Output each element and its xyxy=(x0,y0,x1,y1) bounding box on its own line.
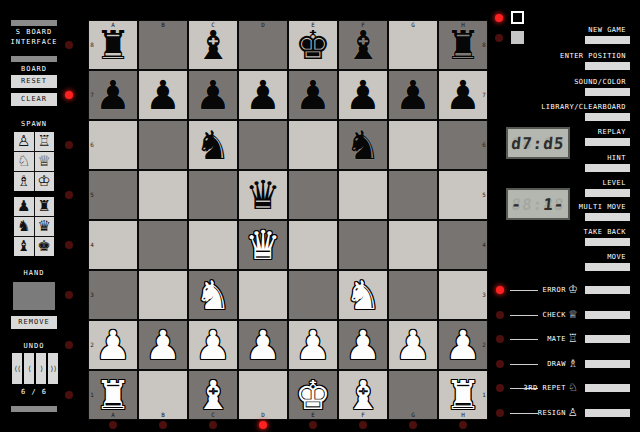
reset-button[interactable]: RESET xyxy=(11,75,57,88)
move-label: MOVE xyxy=(607,253,626,261)
check-led xyxy=(496,311,504,319)
draw-label: DRAW xyxy=(547,360,566,368)
square-d6[interactable] xyxy=(239,121,287,169)
hint-button[interactable] xyxy=(585,164,630,172)
spawn-black-bishop-button[interactable]: ♝ xyxy=(14,237,34,256)
black-pawn: ♟ xyxy=(389,71,437,119)
file-label-top: C xyxy=(193,22,234,29)
file-label-top: D xyxy=(243,22,284,29)
square-h5[interactable]: 5 xyxy=(439,171,487,219)
square-a6[interactable]: 6 xyxy=(89,121,137,169)
square-c6[interactable]: ♞ xyxy=(189,121,237,169)
black-pawn: ♟ xyxy=(239,71,287,119)
file-label-bottom: D xyxy=(243,412,284,419)
file-label-top: H xyxy=(443,22,484,29)
square-c7[interactable]: ♟ xyxy=(189,71,237,119)
spawn-white-queen-button[interactable]: ♕ xyxy=(35,152,55,171)
move-display: 88:88 d7:d5 xyxy=(506,127,570,159)
white-pawn: ♟ xyxy=(89,321,137,369)
file-label-bottom: G xyxy=(393,412,434,419)
resign-row: RESIGN♙ xyxy=(494,407,640,419)
spawn-black-pieces: ♟♜♞♛♝♚ xyxy=(14,197,54,256)
square-c2[interactable]: ♟ xyxy=(189,321,237,369)
black-pawn: ♟ xyxy=(139,71,187,119)
spawn-white-knight-button[interactable]: ♘ xyxy=(14,152,34,171)
white-pawn: ♟ xyxy=(139,321,187,369)
rank-label-left: 2 xyxy=(90,342,94,349)
mate-row: MATE♖ xyxy=(494,333,640,345)
hand-section-label: HAND xyxy=(3,269,65,277)
error-row: ERROR♔ xyxy=(494,284,640,296)
rank-label-left: 7 xyxy=(90,92,94,99)
square-b1[interactable]: B xyxy=(139,371,187,419)
file-label-top: A xyxy=(93,22,134,29)
file-label-bottom: F xyxy=(343,412,384,419)
file-led-h xyxy=(459,421,467,429)
3rd-repet-row: 3RD REPET♘ xyxy=(494,382,640,394)
square-d5[interactable]: ♛ xyxy=(239,171,287,219)
square-g2[interactable]: ♟ xyxy=(389,321,437,369)
white-side-icon xyxy=(511,11,524,24)
rank-label-right: 5 xyxy=(482,192,486,199)
board-section-label: BOARD xyxy=(3,65,65,73)
remove-button[interactable]: REMOVE xyxy=(11,316,57,329)
clear-button[interactable]: CLEAR xyxy=(11,93,57,106)
draw-led xyxy=(496,360,504,368)
file-led-b xyxy=(159,421,167,429)
file-led-a xyxy=(109,421,117,429)
hand-slot[interactable] xyxy=(13,282,55,310)
square-e7[interactable]: ♟ xyxy=(289,71,337,119)
rank-led-4 xyxy=(65,241,73,249)
knight-icon: ♘ xyxy=(566,381,580,394)
black-to-move-led xyxy=(495,34,503,42)
black-queen: ♛ xyxy=(239,171,287,219)
rank-label-left: 6 xyxy=(90,142,94,149)
black-pawn: ♟ xyxy=(439,71,487,119)
new-game-button[interactable] xyxy=(585,36,630,44)
3rd-repet-led xyxy=(496,384,504,392)
white-knight: ♞ xyxy=(339,271,387,319)
file-label-bottom: E xyxy=(293,412,334,419)
file-label-bottom: C xyxy=(193,412,234,419)
black-knight: ♞ xyxy=(339,121,387,169)
square-a7[interactable]: ♟7 xyxy=(89,71,137,119)
white-pawn: ♟ xyxy=(239,321,287,369)
rank-label-right: 2 xyxy=(482,342,486,349)
white-pawn: ♟ xyxy=(439,321,487,369)
square-a3[interactable]: 3 xyxy=(89,271,137,319)
draw-row: DRAW♗ xyxy=(494,358,640,370)
resign-button[interactable] xyxy=(585,409,630,417)
square-b3[interactable] xyxy=(139,271,187,319)
undo-back-button[interactable]: ⟨ xyxy=(24,353,34,384)
black-pawn: ♟ xyxy=(89,71,137,119)
draw-button[interactable] xyxy=(585,360,630,368)
white-pawn: ♟ xyxy=(189,321,237,369)
mate-line xyxy=(510,339,538,340)
square-c5[interactable] xyxy=(189,171,237,219)
spawn-black-knight-button[interactable]: ♞ xyxy=(14,217,34,236)
black-knight: ♞ xyxy=(189,121,237,169)
square-b2[interactable]: ♟ xyxy=(139,321,187,369)
rank-label-left: 3 xyxy=(90,292,94,299)
bishop-icon: ♗ xyxy=(566,357,580,370)
square-a5[interactable]: 5 xyxy=(89,171,137,219)
file-label-top: B xyxy=(143,22,184,29)
square-e1[interactable]: ♚E xyxy=(289,371,337,419)
black-pawn: ♟ xyxy=(189,71,237,119)
black-pawn: ♟ xyxy=(339,71,387,119)
spawn-black-queen-button[interactable]: ♛ xyxy=(35,217,55,236)
black-side-icon xyxy=(511,31,524,44)
library-clearboard-button[interactable] xyxy=(585,113,630,121)
level-button[interactable] xyxy=(585,189,630,197)
undo-forward-button[interactable]: ⟩ xyxy=(36,353,46,384)
spawn-white-pieces: ♙♖♘♕♗♔ xyxy=(14,132,54,191)
square-e4[interactable] xyxy=(289,221,337,269)
spawn-section-label: SPAWN xyxy=(3,120,65,128)
sidebar-bottom-divider xyxy=(11,406,57,412)
chess-board: ♜A8B♝CD♚E♝FG♜H8♟7♟♟♟♟♟♟♟76♞♞65♛54♛43♞♞3♟… xyxy=(88,20,488,420)
3rd-repet-label: 3RD REPET xyxy=(524,384,566,392)
file-led-e xyxy=(309,421,317,429)
square-g1[interactable]: G xyxy=(389,371,437,419)
square-d8[interactable]: D xyxy=(239,21,287,69)
app-title-line1: S BOARD xyxy=(3,28,65,36)
file-led-c xyxy=(209,421,217,429)
square-g3[interactable] xyxy=(389,271,437,319)
square-a4[interactable]: 4 xyxy=(89,221,137,269)
sound-color-button[interactable] xyxy=(585,88,630,96)
square-b4[interactable] xyxy=(139,221,187,269)
square-c8[interactable]: ♝C xyxy=(189,21,237,69)
square-d4[interactable]: ♛ xyxy=(239,221,287,269)
chess-computer-interface: S BOARD INTERFACE BOARD RESET CLEAR SPAW… xyxy=(0,0,640,432)
spawn-white-rook-button[interactable]: ♖ xyxy=(35,132,55,151)
file-led-d xyxy=(259,421,267,429)
rank-label-right: 8 xyxy=(482,42,486,49)
error-button[interactable] xyxy=(585,286,630,294)
rank-led-1 xyxy=(65,391,73,399)
square-f3[interactable]: ♞ xyxy=(339,271,387,319)
error-led xyxy=(496,286,504,294)
square-c3[interactable]: ♞ xyxy=(189,271,237,319)
check-line xyxy=(510,315,538,316)
square-e3[interactable] xyxy=(289,271,337,319)
queen-icon: ♕ xyxy=(566,308,580,321)
spawn-black-pawn-button[interactable]: ♟ xyxy=(14,197,34,216)
mate-label: MATE xyxy=(547,335,566,343)
rank-led-3 xyxy=(65,291,73,299)
replay-button[interactable] xyxy=(585,138,630,146)
square-d2[interactable]: ♟ xyxy=(239,321,287,369)
rank-led-5 xyxy=(65,191,73,199)
rank-label-right: 4 xyxy=(482,242,486,249)
undo-controls: ⟨⟨⟨⟩⟩⟩ xyxy=(12,353,58,384)
mate-button[interactable] xyxy=(585,335,630,343)
square-b7[interactable]: ♟ xyxy=(139,71,187,119)
square-g4[interactable] xyxy=(389,221,437,269)
enter-position-label: ENTER POSITION xyxy=(560,52,626,60)
enter-position-button[interactable] xyxy=(585,62,630,70)
rank-label-right: 7 xyxy=(482,92,486,99)
square-h2[interactable]: ♟2 xyxy=(439,321,487,369)
spawn-black-king-button[interactable]: ♚ xyxy=(35,237,55,256)
rank-label-right: 1 xyxy=(482,392,486,399)
app-title-line2: INTERFACE xyxy=(3,38,65,46)
square-d1[interactable]: D xyxy=(239,371,287,419)
rank-label-right: 6 xyxy=(482,142,486,149)
rank-label-left: 8 xyxy=(90,42,94,49)
square-f2[interactable]: ♟ xyxy=(339,321,387,369)
library-clearboard-label: LIBRARY/CLEARBOARD xyxy=(541,103,626,111)
file-label-top: E xyxy=(293,22,334,29)
level-display: 88:88 - 1- xyxy=(506,188,570,220)
square-g6[interactable] xyxy=(389,121,437,169)
error-label: ERROR xyxy=(542,286,566,294)
file-label-bottom: H xyxy=(443,412,484,419)
resign-line xyxy=(510,413,538,414)
undo-rewind-button[interactable]: ⟨⟨ xyxy=(12,353,22,384)
undo-section-label: UNDO xyxy=(3,342,65,350)
king-icon: ♔ xyxy=(566,283,580,296)
square-h1[interactable]: ♜H1 xyxy=(439,371,487,419)
rank-led-2 xyxy=(65,341,73,349)
square-f6[interactable]: ♞ xyxy=(339,121,387,169)
square-f1[interactable]: ♝F xyxy=(339,371,387,419)
new-game-label: NEW GAME xyxy=(588,26,626,34)
square-e5[interactable] xyxy=(289,171,337,219)
check-button[interactable] xyxy=(585,311,630,319)
square-g7[interactable]: ♟ xyxy=(389,71,437,119)
white-pawn: ♟ xyxy=(389,321,437,369)
rank-label-left: 5 xyxy=(90,192,94,199)
rank-led-8 xyxy=(65,41,73,49)
square-a2[interactable]: ♟2 xyxy=(89,321,137,369)
multi-move-label: MULTI MOVE xyxy=(579,203,626,211)
black-pawn: ♟ xyxy=(289,71,337,119)
check-label: CHECK xyxy=(542,311,566,319)
square-d3[interactable] xyxy=(239,271,287,319)
move-button[interactable] xyxy=(585,263,630,271)
file-label-bottom: A xyxy=(93,412,134,419)
white-queen: ♛ xyxy=(239,221,287,269)
square-f8[interactable]: ♝F xyxy=(339,21,387,69)
replay-label: REPLAY xyxy=(598,128,626,136)
square-e2[interactable]: ♟ xyxy=(289,321,337,369)
rook-icon: ♖ xyxy=(566,332,580,345)
file-label-bottom: B xyxy=(143,412,184,419)
square-b6[interactable] xyxy=(139,121,187,169)
mate-led xyxy=(496,335,504,343)
pawn-icon: ♙ xyxy=(566,406,580,419)
square-h6[interactable]: 6 xyxy=(439,121,487,169)
hint-label: HINT xyxy=(607,154,626,162)
spawn-white-king-button[interactable]: ♔ xyxy=(35,172,55,191)
undo-counter: 6 / 6 xyxy=(3,388,65,396)
square-g5[interactable] xyxy=(389,171,437,219)
spawn-black-rook-button[interactable]: ♜ xyxy=(35,197,55,216)
file-led-f xyxy=(359,421,367,429)
resign-label: RESIGN xyxy=(538,409,566,417)
square-h4[interactable]: 4 xyxy=(439,221,487,269)
sidebar-top-divider xyxy=(11,20,57,26)
take-back-button[interactable] xyxy=(585,238,630,246)
draw-line xyxy=(510,364,538,365)
square-f5[interactable] xyxy=(339,171,387,219)
square-b8[interactable]: B xyxy=(139,21,187,69)
check-row: CHECK♕ xyxy=(494,309,640,321)
square-e8[interactable]: ♚E xyxy=(289,21,337,69)
square-a1[interactable]: ♜A1 xyxy=(89,371,137,419)
sidebar-mid-divider xyxy=(11,56,57,62)
resign-led xyxy=(496,409,504,417)
spawn-white-bishop-button[interactable]: ♗ xyxy=(14,172,34,191)
rank-led-6 xyxy=(65,141,73,149)
sound-color-label: SOUND/COLOR xyxy=(574,78,626,86)
file-label-top: F xyxy=(343,22,384,29)
rank-led-7 xyxy=(65,91,73,99)
square-c1[interactable]: ♝C xyxy=(189,371,237,419)
spawn-white-pawn-button[interactable]: ♙ xyxy=(14,132,34,151)
square-e6[interactable] xyxy=(289,121,337,169)
square-c4[interactable] xyxy=(189,221,237,269)
white-knight: ♞ xyxy=(189,271,237,319)
square-b5[interactable] xyxy=(139,171,187,219)
white-pawn: ♟ xyxy=(339,321,387,369)
error-line xyxy=(510,290,538,291)
square-d7[interactable]: ♟ xyxy=(239,71,287,119)
rank-label-left: 1 xyxy=(90,392,94,399)
move-display-value: d7:d5 xyxy=(507,129,570,157)
3rd-repet-button[interactable] xyxy=(585,384,630,392)
level-display-value: - 1- xyxy=(507,190,570,218)
file-label-top: G xyxy=(393,22,434,29)
multi-move-button[interactable] xyxy=(585,213,630,221)
undo-fast-forward-button[interactable]: ⟩⟩ xyxy=(48,353,58,384)
rank-label-left: 4 xyxy=(90,242,94,249)
square-f7[interactable]: ♟ xyxy=(339,71,387,119)
rank-label-right: 3 xyxy=(482,292,486,299)
file-led-g xyxy=(409,421,417,429)
take-back-label: TAKE BACK xyxy=(584,228,626,236)
square-h3[interactable]: 3 xyxy=(439,271,487,319)
square-g8[interactable]: G xyxy=(389,21,437,69)
white-pawn: ♟ xyxy=(289,321,337,369)
square-h8[interactable]: ♜H8 xyxy=(439,21,487,69)
level-label: LEVEL xyxy=(602,179,626,187)
square-f4[interactable] xyxy=(339,221,387,269)
white-to-move-led xyxy=(495,14,503,22)
square-h7[interactable]: ♟7 xyxy=(439,71,487,119)
square-a8[interactable]: ♜A8 xyxy=(89,21,137,69)
